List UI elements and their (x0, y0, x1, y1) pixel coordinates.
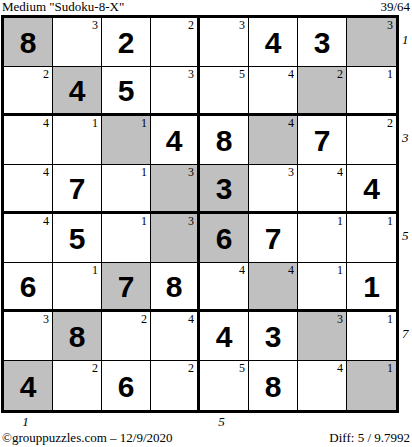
cell-value: 6 (118, 372, 135, 402)
candidate-count: 2 (387, 116, 393, 130)
cell-r7c1[interactable]: 3 (4, 312, 53, 361)
cell-r8c6[interactable]: 8 (249, 361, 298, 410)
cell-r3c7[interactable]: 7 (298, 116, 347, 165)
cell-r1c2[interactable]: 3 (53, 18, 102, 67)
candidate-count: 4 (43, 116, 49, 130)
footer-copyright: ©grouppuzzles.com – 12/9/2020 (2, 430, 173, 445)
candidate-count: 3 (43, 312, 49, 326)
cell-r4c8[interactable]: 4 (347, 165, 396, 214)
candidate-count: 3 (239, 18, 245, 32)
cell-r5c1[interactable]: 4 (4, 214, 53, 263)
cell-r2c3[interactable]: 5 (102, 67, 151, 116)
cell-r8c8[interactable]: 1 (347, 361, 396, 410)
cell-value: 7 (265, 224, 282, 254)
cell-value: 3 (265, 322, 282, 352)
col-label-5: 5 (197, 414, 246, 429)
candidate-count: 1 (337, 263, 343, 277)
candidate-count: 4 (288, 116, 294, 130)
cell-value: 4 (166, 126, 183, 156)
candidate-count: 2 (92, 361, 98, 375)
cell-r8c5[interactable]: 5 (200, 361, 249, 410)
cell-r4c1[interactable]: 4 (4, 165, 53, 214)
candidate-count: 1 (387, 214, 393, 228)
footer: ©grouppuzzles.com – 12/9/2020 Diff: 5 / … (2, 430, 410, 445)
candidate-count: 4 (337, 361, 343, 375)
cell-value: 3 (216, 174, 233, 204)
candidate-count: 2 (188, 361, 194, 375)
cell-value: 7 (314, 126, 331, 156)
candidate-count: 1 (141, 165, 147, 179)
row-label-3: 3 (402, 130, 412, 145)
cell-r5c8[interactable]: 1 (347, 214, 396, 263)
cell-value: 7 (118, 272, 135, 302)
header: Medium "Sudoku-8-X" 39/64 (2, 0, 410, 15)
candidate-count: 1 (141, 116, 147, 130)
cell-r6c2[interactable]: 1 (53, 263, 102, 312)
cell-r4c6[interactable]: 3 (249, 165, 298, 214)
cell-r5c4[interactable]: 3 (151, 214, 200, 263)
cell-r5c2[interactable]: 5 (53, 214, 102, 263)
cell-r6c6[interactable]: 4 (249, 263, 298, 312)
cell-r6c1[interactable]: 6 (4, 263, 53, 312)
candidate-count: 2 (337, 67, 343, 81)
cell-r1c5[interactable]: 3 (200, 18, 249, 67)
cell-value: 3 (314, 28, 331, 58)
row-label-7: 7 (402, 326, 412, 341)
cell-value: 1 (363, 272, 380, 302)
progress-counter: 39/64 (380, 0, 410, 14)
cell-r1c7[interactable]: 3 (298, 18, 347, 67)
candidate-count: 1 (387, 312, 393, 326)
cell-r8c3[interactable]: 6 (102, 361, 151, 410)
row-label-5: 5 (402, 228, 412, 243)
candidate-count: 1 (387, 67, 393, 81)
cell-r2c8[interactable]: 1 (347, 67, 396, 116)
page-title: Medium "Sudoku-8-X" (2, 0, 124, 14)
cell-r3c8[interactable]: 2 (347, 116, 396, 165)
candidate-count: 1 (141, 214, 147, 228)
cell-r3c2[interactable]: 1 (53, 116, 102, 165)
candidate-count: 4 (188, 312, 194, 326)
cell-r3c1[interactable]: 4 (4, 116, 53, 165)
cell-r2c4[interactable]: 3 (151, 67, 200, 116)
cell-r5c3[interactable]: 1 (102, 214, 151, 263)
cell-r2c6[interactable]: 4 (249, 67, 298, 116)
cell-r3c6[interactable]: 4 (249, 116, 298, 165)
cell-value: 7 (69, 174, 86, 204)
cell-r1c6[interactable]: 4 (249, 18, 298, 67)
cell-r4c7[interactable]: 4 (298, 165, 347, 214)
footer-difficulty: Diff: 5 / 9.7992 (329, 430, 410, 445)
row-label-1: 1 (402, 32, 412, 47)
cell-r1c1[interactable]: 8 (4, 18, 53, 67)
candidate-count: 3 (337, 312, 343, 326)
cell-value: 8 (265, 372, 282, 402)
cell-r4c3[interactable]: 1 (102, 165, 151, 214)
cell-r4c5[interactable]: 3 (200, 165, 249, 214)
cell-r7c8[interactable]: 1 (347, 312, 396, 361)
cell-r2c7[interactable]: 2 (298, 67, 347, 116)
cell-r5c7[interactable]: 1 (298, 214, 347, 263)
cell-r1c8[interactable]: 3 (347, 18, 396, 67)
cell-r7c2[interactable]: 8 (53, 312, 102, 361)
cell-r1c4[interactable]: 2 (151, 18, 200, 67)
candidate-count: 3 (188, 214, 194, 228)
cell-r8c2[interactable]: 2 (53, 361, 102, 410)
candidate-count: 5 (239, 361, 245, 375)
candidate-count: 2 (141, 312, 147, 326)
candidate-count: 3 (92, 18, 98, 32)
cell-value: 8 (166, 272, 183, 302)
candidate-count: 3 (188, 67, 194, 81)
cell-value: 5 (69, 224, 86, 254)
candidate-count: 3 (387, 18, 393, 32)
cell-r2c5[interactable]: 5 (200, 67, 249, 116)
cell-value: 4 (216, 322, 233, 352)
cell-r1c3[interactable]: 2 (102, 18, 151, 67)
candidate-count: 1 (92, 116, 98, 130)
cell-r3c5[interactable]: 8 (200, 116, 249, 165)
cell-r2c2[interactable]: 4 (53, 67, 102, 116)
cell-r6c5[interactable]: 4 (200, 263, 249, 312)
cell-value: 4 (20, 372, 37, 402)
cell-r7c4[interactable]: 4 (151, 312, 200, 361)
cell-r8c7[interactable]: 4 (298, 361, 347, 410)
cell-r4c2[interactable]: 7 (53, 165, 102, 214)
cell-r6c3[interactable]: 7 (102, 263, 151, 312)
cell-r6c8[interactable]: 1 (347, 263, 396, 312)
cell-r8c1[interactable]: 4 (4, 361, 53, 410)
candidate-count: 2 (43, 67, 49, 81)
cell-r4c4[interactable]: 3 (151, 165, 200, 214)
candidate-count: 4 (43, 214, 49, 228)
cell-value: 4 (265, 28, 282, 58)
candidate-count: 3 (188, 165, 194, 179)
cell-r6c4[interactable]: 8 (151, 263, 200, 312)
candidate-count: 1 (387, 361, 393, 375)
cell-r3c3[interactable]: 1 (102, 116, 151, 165)
candidate-count: 4 (43, 165, 49, 179)
cell-value: 4 (69, 76, 86, 106)
cell-value: 2 (118, 28, 135, 58)
cell-r2c1[interactable]: 2 (4, 67, 53, 116)
cell-r8c4[interactable]: 2 (151, 361, 200, 410)
cell-value: 5 (118, 76, 135, 106)
candidate-count: 2 (188, 18, 194, 32)
cell-r5c6[interactable]: 7 (249, 214, 298, 263)
cell-value: 6 (20, 272, 37, 302)
candidate-count: 4 (239, 263, 245, 277)
cell-value: 8 (20, 28, 37, 58)
cell-value: 6 (216, 224, 233, 254)
cell-r7c5[interactable]: 4 (200, 312, 249, 361)
candidate-count: 1 (92, 263, 98, 277)
cell-value: 8 (69, 322, 86, 352)
candidate-count: 1 (337, 214, 343, 228)
candidate-count: 3 (288, 165, 294, 179)
candidate-count: 4 (337, 165, 343, 179)
candidate-count: 4 (288, 67, 294, 81)
candidate-count: 5 (239, 67, 245, 81)
sudoku-board: 8322343324535421411484724713334445136711… (1, 15, 399, 413)
cell-r3c4[interactable]: 4 (151, 116, 200, 165)
cell-r7c6[interactable]: 3 (249, 312, 298, 361)
cell-r7c3[interactable]: 2 (102, 312, 151, 361)
cell-r7c7[interactable]: 3 (298, 312, 347, 361)
cell-value: 4 (363, 174, 380, 204)
candidate-count: 4 (288, 263, 294, 277)
cell-r6c7[interactable]: 1 (298, 263, 347, 312)
cell-value: 8 (216, 126, 233, 156)
cell-r5c5[interactable]: 6 (200, 214, 249, 263)
col-label-1: 1 (1, 414, 50, 429)
